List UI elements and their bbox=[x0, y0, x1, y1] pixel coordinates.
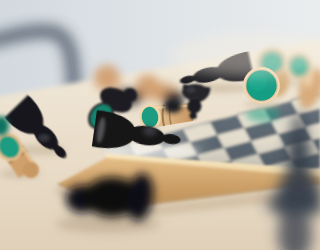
head-highlight bbox=[38, 134, 50, 142]
chess-photo-scene: Out-of-focus photograph of a chess set k… bbox=[0, 0, 320, 250]
scene-canvas: ♟ bbox=[0, 0, 320, 250]
wood-head bbox=[23, 162, 39, 178]
blurred-standing-piece: ♟ bbox=[265, 87, 320, 250]
black-knob bbox=[123, 88, 137, 102]
wood-pawn-head-blur-icon bbox=[94, 65, 120, 91]
head-highlight bbox=[143, 126, 157, 136]
base-sheen bbox=[186, 87, 196, 93]
base-dome bbox=[182, 84, 208, 100]
